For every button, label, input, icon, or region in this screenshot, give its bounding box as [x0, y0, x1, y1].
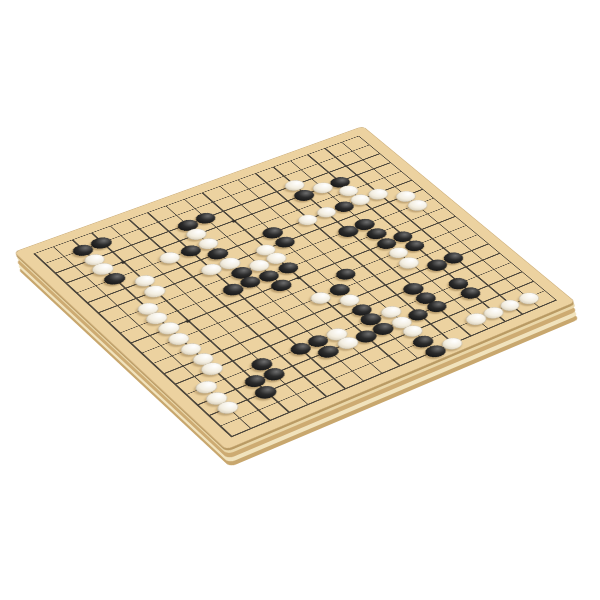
go-board-photo: [0, 0, 600, 600]
go-board[interactable]: [13, 126, 575, 450]
